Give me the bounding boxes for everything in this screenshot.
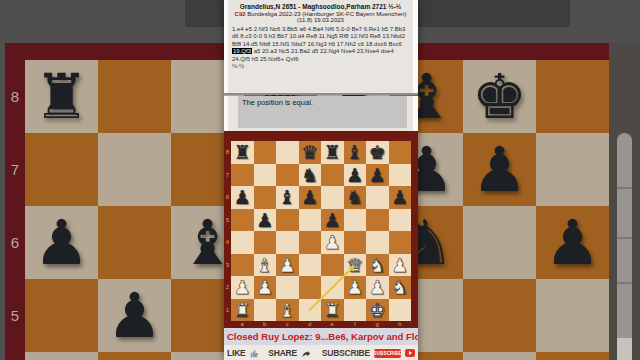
- square-a2: ♟: [231, 276, 254, 299]
- youtube-icon[interactable]: [405, 349, 415, 357]
- black-pawn: ♟: [324, 209, 341, 232]
- video-frame: 8765 ♜♛♜♝♚♞♟♟♟♝♟♞♟♟♟♟ Grandelius,N 2651 …: [0, 0, 640, 360]
- white-pawn: ♟: [234, 276, 251, 299]
- square-e8: ♜: [321, 141, 344, 164]
- square-g5: [463, 279, 536, 352]
- square-a6: ♟: [25, 206, 98, 279]
- like-button[interactable]: LIKE: [227, 348, 246, 358]
- file-label: c: [276, 321, 299, 328]
- square-b4: [254, 231, 277, 254]
- white-pawn: ♟: [346, 276, 363, 299]
- square-g6: [366, 186, 389, 209]
- white-knight: ♞: [391, 276, 408, 299]
- thumbs-up-icon[interactable]: [250, 349, 259, 358]
- square-b6: [98, 206, 171, 279]
- rank-label: 6: [224, 186, 231, 209]
- move-list: 1.e4 e5 2.Nf3 Nc6 3.Bb5 a6 4.Ba4 Nf6 5.0…: [232, 26, 409, 63]
- black-pawn: ♟: [234, 186, 251, 209]
- square-a8: ♜: [25, 60, 98, 133]
- file-label: d: [299, 321, 322, 328]
- square-b8: [98, 60, 171, 133]
- black-bishop: ♝: [346, 141, 363, 164]
- black-pawn: ♟: [256, 209, 273, 232]
- white-pawn: ♟: [369, 276, 386, 299]
- file-label: g: [366, 321, 389, 328]
- square-h5: [536, 279, 609, 352]
- rank-label: 8: [5, 60, 25, 133]
- square-c6: ♝: [276, 186, 299, 209]
- rank-label: 6: [5, 206, 25, 279]
- event-details: Bundesliga 2022-23 (Hamburger SK-FC Baye…: [246, 11, 407, 23]
- game-event-header: C92 Bundesliga 2022-23 (Hamburger SK-FC …: [228, 11, 413, 23]
- square-g4: [366, 231, 389, 254]
- subscribe-button[interactable]: SUBSCRIBE: [374, 349, 401, 358]
- evaluation-box: The position is equal.: [238, 96, 407, 128]
- square-d8: ♛: [299, 141, 322, 164]
- file-label: f: [344, 321, 367, 328]
- file-label: a: [231, 321, 254, 328]
- square-g8: ♚: [463, 60, 536, 133]
- evaluation-text: The position is equal.: [238, 96, 407, 109]
- white-pawn: ♟: [324, 231, 341, 254]
- black-king: ♚: [472, 60, 528, 133]
- square-b1: [254, 299, 277, 322]
- scrollbar-separator: [617, 187, 632, 189]
- play-triangle-icon: [409, 351, 412, 355]
- background-rank-labels: 8765: [5, 60, 25, 352]
- square-f8: ♝: [344, 141, 367, 164]
- square-g7: ♟: [463, 133, 536, 206]
- black-knight: ♞: [346, 186, 363, 209]
- subscribe-button-text: SUBSCRIBE: [373, 351, 401, 356]
- square-a7: [25, 133, 98, 206]
- square-d6: ♟: [299, 186, 322, 209]
- white-rook: ♜: [234, 299, 251, 322]
- square-g2: ♟: [366, 276, 389, 299]
- square-e4: ♟: [321, 231, 344, 254]
- notation-panel: Grandelius,N 2651 - Maghsoodloo,Parham 2…: [224, 0, 418, 93]
- square-a4: [25, 352, 98, 360]
- square-b4: [98, 352, 171, 360]
- scrollbar-separator: [617, 282, 632, 284]
- black-pawn: ♟: [545, 206, 601, 279]
- white-queen: ♛: [346, 254, 363, 277]
- square-h3: ♟: [389, 254, 412, 277]
- square-h4: [536, 352, 609, 360]
- square-a1: ♜: [231, 299, 254, 322]
- square-a5: [25, 279, 98, 352]
- square-e2: [321, 276, 344, 299]
- black-pawn: ♟: [391, 186, 408, 209]
- share-arrow-icon[interactable]: [301, 349, 312, 358]
- black-pawn: ♟: [369, 164, 386, 187]
- rank-label: 7: [224, 164, 231, 187]
- square-b7: [254, 164, 277, 187]
- square-d4: [299, 231, 322, 254]
- scrollbar-separator: [617, 237, 632, 239]
- black-bishop: ♝: [279, 186, 296, 209]
- black-pawn: ♟: [301, 186, 318, 209]
- square-h5: [389, 209, 412, 232]
- square-a5: [231, 209, 254, 232]
- black-pawn: ♟: [472, 133, 528, 206]
- black-knight: ♞: [301, 164, 318, 187]
- square-d1: [299, 299, 322, 322]
- square-f1: [344, 299, 367, 322]
- analysis-panel: Grandelius,N 2651 - Maghsoodloo,Parham 2…: [224, 0, 418, 360]
- game-result: ½-½: [232, 63, 409, 69]
- square-h6: ♟: [536, 206, 609, 279]
- square-d3: [299, 254, 322, 277]
- share-button[interactable]: SHARE: [268, 348, 297, 358]
- file-label: e: [321, 321, 344, 328]
- square-b7: [98, 133, 171, 206]
- chess-board: ♜♛♜♝♚♞♟♟♟♝♟♞♟♟♟♟♝♟♛♞♟♟♟♟♟♞♜♝♜♚: [231, 141, 411, 321]
- square-a3: [231, 254, 254, 277]
- actions-bar: LIKE SHARE SUBSCRIBE SUBSCRIBE: [224, 345, 418, 360]
- square-f4: [344, 231, 367, 254]
- white-pawn: ♟: [256, 276, 273, 299]
- square-f6: ♞: [344, 186, 367, 209]
- scrollbar-thumb[interactable]: [617, 338, 632, 360]
- moves-after: a5 20.a3 Nc5 21.Ba2 d5 22.Ng4 Nxe4 23.Nx…: [232, 48, 394, 61]
- square-b5: ♟: [98, 279, 171, 352]
- square-h8: [389, 141, 412, 164]
- square-d2: [299, 276, 322, 299]
- square-b6: [254, 186, 277, 209]
- square-f7: ♟: [344, 164, 367, 187]
- highlighted-move[interactable]: 19.Qf3: [232, 48, 252, 54]
- square-a4: [231, 231, 254, 254]
- square-g6: [463, 206, 536, 279]
- black-queen: ♛: [301, 141, 318, 164]
- square-c5: [276, 209, 299, 232]
- square-c7: [276, 164, 299, 187]
- square-g1: ♚: [366, 299, 389, 322]
- square-b3: ♝: [254, 254, 277, 277]
- subscribe-label[interactable]: SUBSCRIBE: [322, 348, 370, 358]
- black-king: ♚: [369, 141, 386, 164]
- square-b5: ♟: [254, 209, 277, 232]
- black-rook: ♜: [34, 60, 90, 133]
- rank-label: 5: [224, 209, 231, 232]
- file-labels: abcdefgh: [231, 321, 411, 328]
- square-h2: ♞: [389, 276, 412, 299]
- square-e7: [321, 164, 344, 187]
- white-knight: ♞: [369, 254, 386, 277]
- square-b8: [254, 141, 277, 164]
- square-e1: ♜: [321, 299, 344, 322]
- white-pawn: ♟: [391, 254, 408, 277]
- square-c1: ♝: [276, 299, 299, 322]
- square-g4: [463, 352, 536, 360]
- white-pawn: ♟: [279, 254, 296, 277]
- rank-label: 4: [224, 231, 231, 254]
- rank-label: 5: [5, 279, 25, 352]
- square-c2: [276, 276, 299, 299]
- white-king: ♚: [369, 299, 386, 322]
- eco-code: C92: [235, 11, 246, 17]
- black-pawn: ♟: [107, 279, 163, 352]
- rank-label: 8: [224, 141, 231, 164]
- square-h6: ♟: [389, 186, 412, 209]
- rank-label: 7: [5, 133, 25, 206]
- evaluation-section: The position is equal.: [224, 96, 418, 131]
- square-h7: [536, 133, 609, 206]
- square-e3: [321, 254, 344, 277]
- scrollbar[interactable]: [617, 133, 632, 360]
- square-g3: ♞: [366, 254, 389, 277]
- square-h7: [389, 164, 412, 187]
- square-a6: ♟: [231, 186, 254, 209]
- white-bishop: ♝: [256, 254, 273, 277]
- square-h4: [389, 231, 412, 254]
- video-title-banner: Closed Ruy Lopez: 9...Be6, Karpov and Fl…: [224, 328, 418, 345]
- square-f2: ♟: [344, 276, 367, 299]
- square-g7: ♟: [366, 164, 389, 187]
- square-e5: ♟: [321, 209, 344, 232]
- rank-label: 3: [224, 254, 231, 277]
- black-pawn: ♟: [346, 164, 363, 187]
- square-h1: [389, 299, 412, 322]
- square-c8: [276, 141, 299, 164]
- square-f3: ♛: [344, 254, 367, 277]
- square-c3: ♟: [276, 254, 299, 277]
- game-players-header: Grandelius,N 2651 - Maghsoodloo,Parham 2…: [228, 3, 413, 10]
- rank-label: 1: [224, 299, 231, 322]
- rank-label: 2: [224, 276, 231, 299]
- black-pawn: ♟: [34, 206, 90, 279]
- file-label: b: [254, 321, 277, 328]
- square-a8: ♜: [231, 141, 254, 164]
- moves-before: 1.e4 e5 2.Nf3 Nc6 3.Bb5 a6 4.Ba4 Nf6 5.0…: [232, 26, 405, 47]
- white-bishop: ♝: [279, 299, 296, 322]
- square-d7: ♞: [299, 164, 322, 187]
- black-rook: ♜: [234, 141, 251, 164]
- square-a7: [231, 164, 254, 187]
- square-h8: [536, 60, 609, 133]
- square-g8: ♚: [366, 141, 389, 164]
- square-e6: [321, 186, 344, 209]
- panel-divider: [224, 93, 418, 95]
- square-b2: ♟: [254, 276, 277, 299]
- square-f5: [344, 209, 367, 232]
- black-rook: ♜: [324, 141, 341, 164]
- square-g5: [366, 209, 389, 232]
- rank-labels: 87654321: [224, 141, 231, 321]
- video-title-text: Closed Ruy Lopez: 9...Be6, Karpov and Fl…: [224, 328, 418, 345]
- board-section: 87654321 ♜♛♜♝♚♞♟♟♟♝♟♞♟♟♟♟♝♟♛♞♟♟♟♟♟♞♜♝♜♚ …: [224, 131, 418, 328]
- square-d5: [299, 209, 322, 232]
- square-c4: [276, 231, 299, 254]
- file-label: h: [389, 321, 412, 328]
- white-rook: ♜: [324, 299, 341, 322]
